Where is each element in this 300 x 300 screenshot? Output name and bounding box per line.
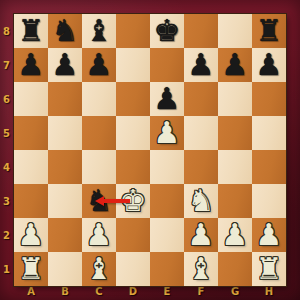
file-label-h: H	[252, 284, 286, 299]
square-f8[interactable]	[184, 14, 218, 48]
piece-black-bishop[interactable]: ♝	[86, 14, 113, 48]
piece-white-pawn[interactable]: ♟	[188, 218, 215, 252]
square-h1[interactable]: ♜	[252, 252, 286, 286]
square-a3[interactable]	[14, 184, 48, 218]
piece-black-king[interactable]: ♚	[154, 14, 181, 48]
square-f1[interactable]: ♝	[184, 252, 218, 286]
square-g4[interactable]	[218, 150, 252, 184]
square-h5[interactable]	[252, 116, 286, 150]
piece-black-knight[interactable]: ♞	[52, 14, 79, 48]
square-e6[interactable]: ♟	[150, 82, 184, 116]
square-e5[interactable]: ♟	[150, 116, 184, 150]
square-e7[interactable]	[150, 48, 184, 82]
board-frame: 87654321 ABCDEFGH ♜♞♝♚♜♟♟♟♟♟♟♟♟♞♚♞♟♟♟♟♟♜…	[0, 0, 300, 300]
file-label-a: A	[14, 284, 48, 299]
square-e4[interactable]	[150, 150, 184, 184]
square-d4[interactable]	[116, 150, 150, 184]
rank-label-2: 2	[0, 218, 13, 252]
square-b4[interactable]	[48, 150, 82, 184]
square-f2[interactable]: ♟	[184, 218, 218, 252]
rank-label-3: 3	[0, 184, 13, 218]
piece-white-bishop[interactable]: ♝	[86, 252, 113, 286]
file-labels: ABCDEFGH	[14, 284, 286, 300]
file-label-b: B	[48, 284, 82, 299]
file-label-e: E	[150, 284, 184, 299]
file-label-c: C	[82, 284, 116, 299]
square-b8[interactable]: ♞	[48, 14, 82, 48]
square-d5[interactable]	[116, 116, 150, 150]
square-c1[interactable]: ♝	[82, 252, 116, 286]
file-label-f: F	[184, 284, 218, 299]
square-h4[interactable]	[252, 150, 286, 184]
square-e8[interactable]: ♚	[150, 14, 184, 48]
piece-black-pawn[interactable]: ♟	[188, 48, 215, 82]
piece-black-rook[interactable]: ♜	[18, 14, 45, 48]
piece-white-pawn[interactable]: ♟	[86, 218, 113, 252]
square-d7[interactable]	[116, 48, 150, 82]
rank-label-4: 4	[0, 150, 13, 184]
square-g6[interactable]	[218, 82, 252, 116]
square-c5[interactable]	[82, 116, 116, 150]
square-h8[interactable]: ♜	[252, 14, 286, 48]
square-a1[interactable]: ♜	[14, 252, 48, 286]
piece-black-rook[interactable]: ♜	[256, 14, 283, 48]
square-c8[interactable]: ♝	[82, 14, 116, 48]
square-g2[interactable]: ♟	[218, 218, 252, 252]
rank-label-1: 1	[0, 252, 13, 286]
piece-black-pawn[interactable]: ♟	[256, 48, 283, 82]
chess-board: ♜♞♝♚♜♟♟♟♟♟♟♟♟♞♚♞♟♟♟♟♟♜♝♝♜	[14, 14, 286, 286]
square-c7[interactable]: ♟	[82, 48, 116, 82]
square-f6[interactable]	[184, 82, 218, 116]
rank-labels: 87654321	[0, 14, 14, 286]
arrow-shaft	[104, 199, 130, 203]
piece-black-pawn[interactable]: ♟	[154, 82, 181, 116]
piece-black-pawn[interactable]: ♟	[86, 48, 113, 82]
square-b5[interactable]	[48, 116, 82, 150]
square-d2[interactable]	[116, 218, 150, 252]
square-g8[interactable]	[218, 14, 252, 48]
file-label-g: G	[218, 284, 252, 299]
piece-white-rook[interactable]: ♜	[18, 252, 45, 286]
square-f5[interactable]	[184, 116, 218, 150]
square-a6[interactable]	[14, 82, 48, 116]
piece-white-pawn[interactable]: ♟	[256, 218, 283, 252]
square-g1[interactable]	[218, 252, 252, 286]
rank-label-8: 8	[0, 14, 13, 48]
rank-label-7: 7	[0, 48, 13, 82]
rank-label-5: 5	[0, 116, 13, 150]
rank-label-6: 6	[0, 82, 13, 116]
piece-white-pawn[interactable]: ♟	[154, 116, 181, 150]
piece-white-pawn[interactable]: ♟	[222, 218, 249, 252]
square-e3[interactable]	[150, 184, 184, 218]
square-g3[interactable]	[218, 184, 252, 218]
square-a4[interactable]	[14, 150, 48, 184]
square-e2[interactable]	[150, 218, 184, 252]
square-c6[interactable]	[82, 82, 116, 116]
piece-black-pawn[interactable]: ♟	[222, 48, 249, 82]
attack-arrow	[95, 196, 130, 206]
square-a8[interactable]: ♜	[14, 14, 48, 48]
piece-white-rook[interactable]: ♜	[256, 252, 283, 286]
square-g7[interactable]: ♟	[218, 48, 252, 82]
file-label-d: D	[116, 284, 150, 299]
square-h2[interactable]: ♟	[252, 218, 286, 252]
piece-white-pawn[interactable]: ♟	[18, 218, 45, 252]
square-h6[interactable]	[252, 82, 286, 116]
square-a7[interactable]: ♟	[14, 48, 48, 82]
square-f7[interactable]: ♟	[184, 48, 218, 82]
square-g5[interactable]	[218, 116, 252, 150]
square-d8[interactable]	[116, 14, 150, 48]
piece-black-pawn[interactable]: ♟	[18, 48, 45, 82]
square-f3[interactable]: ♞	[184, 184, 218, 218]
square-h3[interactable]	[252, 184, 286, 218]
square-f4[interactable]	[184, 150, 218, 184]
piece-black-pawn[interactable]: ♟	[52, 48, 79, 82]
square-c4[interactable]	[82, 150, 116, 184]
square-d6[interactable]	[116, 82, 150, 116]
square-d1[interactable]	[116, 252, 150, 286]
piece-white-bishop[interactable]: ♝	[188, 252, 215, 286]
square-b1[interactable]	[48, 252, 82, 286]
square-b3[interactable]	[48, 184, 82, 218]
square-b2[interactable]	[48, 218, 82, 252]
square-a5[interactable]	[14, 116, 48, 150]
arrow-head-icon	[95, 196, 104, 206]
square-e1[interactable]	[150, 252, 184, 286]
square-a2[interactable]: ♟	[14, 218, 48, 252]
square-c2[interactable]: ♟	[82, 218, 116, 252]
square-b6[interactable]	[48, 82, 82, 116]
square-b7[interactable]: ♟	[48, 48, 82, 82]
piece-white-knight[interactable]: ♞	[188, 184, 215, 218]
square-h7[interactable]: ♟	[252, 48, 286, 82]
